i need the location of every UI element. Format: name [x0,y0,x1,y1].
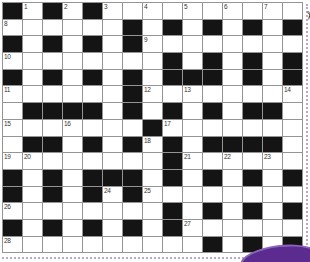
cell-r6-c8[interactable]: 12 [143,86,162,102]
block-r12-c1 [3,187,22,203]
block-r9-c3 [43,137,62,153]
scissors-icon: ✂ [303,11,310,20]
block-r11-c5 [83,170,102,186]
cell-r11-c10[interactable] [183,170,202,186]
cell-r8-c1[interactable]: 15 [3,120,22,136]
cell-r12-c15[interactable] [283,187,302,203]
cell-r10-c3[interactable] [43,153,62,169]
cell-r3-c4[interactable] [63,36,82,52]
cell-r6-c6[interactable] [103,86,122,102]
cell-r11-c14[interactable] [263,170,282,186]
cell-r2-c2[interactable] [23,20,42,36]
block-r9-c2 [23,137,42,153]
cell-r2-c3[interactable] [43,20,62,36]
cell-r15-c1[interactable]: 28 [3,237,22,253]
cell-r13-c12[interactable] [223,203,242,219]
cell-r3-c13[interactable] [243,36,262,52]
cell-r6-c12[interactable] [223,86,242,102]
cell-r6-c5[interactable] [83,86,102,102]
block-r2-c7 [123,20,142,36]
clue-number-22: 22 [224,153,231,160]
block-r2-c11 [203,20,222,36]
cell-r12-c10[interactable] [183,187,202,203]
cell-r8-c14[interactable] [263,120,282,136]
cell-r3-c10[interactable] [183,36,202,52]
cell-r6-c10[interactable]: 13 [183,86,202,102]
block-r4-c13 [243,53,262,69]
cell-r1-c4[interactable]: 2 [63,3,82,19]
block-r5-c3 [43,70,62,86]
cell-r1-c9[interactable] [163,3,182,19]
cell-r4-c8[interactable] [143,53,162,69]
cell-r10-c6[interactable] [103,153,122,169]
clue-number-16: 16 [64,120,71,127]
cell-r10-c7[interactable] [123,153,142,169]
cell-r4-c4[interactable] [63,53,82,69]
cell-r14-c2[interactable] [23,220,42,236]
block-r4-c15 [283,53,302,69]
cell-r13-c14[interactable] [263,203,282,219]
cell-r14-c11[interactable] [203,220,222,236]
cell-r4-c10[interactable] [183,53,202,69]
clue-number-11: 11 [4,86,10,93]
cell-r14-c10[interactable]: 27 [183,220,202,236]
cell-r11-c2[interactable] [23,170,42,186]
cell-r10-c2[interactable]: 20 [23,153,42,169]
block-r5-c9 [163,70,182,86]
cell-r6-c14[interactable] [263,86,282,102]
cell-r13-c3[interactable] [43,203,62,219]
block-r7-c13 [243,103,262,119]
block-r12-c3 [43,187,62,203]
block-r5-c13 [243,70,262,86]
block-r1-c5 [83,3,102,19]
cell-r1-c13[interactable] [243,3,262,19]
cell-r12-c8[interactable]: 25 [143,187,162,203]
cell-r4-c3[interactable] [43,53,62,69]
cell-r14-c4[interactable] [63,220,82,236]
block-r2-c9 [163,20,182,36]
crossword-grid: 1234567891011121314151617181920212223242… [2,2,303,253]
cell-r15-c3[interactable] [43,237,62,253]
cell-r12-c4[interactable] [63,187,82,203]
cell-r4-c1[interactable]: 10 [3,53,22,69]
block-r14-c3 [43,220,62,236]
cell-r15-c8[interactable] [143,237,162,253]
cell-r9-c8[interactable]: 18 [143,137,162,153]
cell-r9-c6[interactable] [103,137,122,153]
cell-r10-c10[interactable]: 21 [183,153,202,169]
block-r9-c7 [123,137,142,153]
block-r12-c5 [83,187,102,203]
cell-r14-c12[interactable] [223,220,242,236]
clue-number-17: 17 [164,120,171,127]
block-r5-c15 [283,70,302,86]
cell-r14-c15[interactable] [283,220,302,236]
cell-r8-c11[interactable] [203,120,222,136]
cell-r5-c2[interactable] [23,70,42,86]
block-r7-c4 [63,103,82,119]
block-r5-c7 [123,70,142,86]
cell-r14-c8[interactable] [143,220,162,236]
clue-number-25: 25 [144,187,151,194]
cell-r15-c2[interactable] [23,237,42,253]
cell-r14-c14[interactable] [263,220,282,236]
block-r12-c7 [123,187,142,203]
cell-r1-c12[interactable]: 6 [223,3,242,19]
block-r11-c7 [123,170,142,186]
cell-r15-c6[interactable] [103,237,122,253]
block-r13-c11 [203,203,222,219]
cell-r1-c10[interactable]: 5 [183,3,202,19]
clue-number-28: 28 [4,237,11,244]
block-r11-c1 [3,170,22,186]
cell-r1-c14[interactable]: 7 [263,3,282,19]
clue-number-9: 9 [144,36,147,43]
block-r9-c11 [203,137,222,153]
cell-r8-c9[interactable]: 17 [163,120,182,136]
cell-r6-c3[interactable] [43,86,62,102]
cell-r15-c9[interactable] [163,237,182,253]
cell-r6-c9[interactable] [163,86,182,102]
cell-r3-c6[interactable] [103,36,122,52]
block-r9-c14 [263,137,282,153]
cell-r13-c4[interactable] [63,203,82,219]
block-r4-c9 [163,53,182,69]
block-r11-c11 [203,170,222,186]
clue-number-13: 13 [184,86,191,93]
cell-r14-c6[interactable] [103,220,122,236]
clue-number-4: 4 [144,3,147,10]
block-r7-c11 [203,103,222,119]
clue-number-23: 23 [264,153,271,160]
cell-r13-c7[interactable] [123,203,142,219]
cell-r10-c5[interactable] [83,153,102,169]
cell-r4-c12[interactable] [223,53,242,69]
clue-number-21: 21 [184,153,191,160]
cell-r4-c14[interactable] [263,53,282,69]
clue-number-24: 24 [104,187,111,194]
block-r9-c12 [223,137,242,153]
cell-r14-c13[interactable] [243,220,262,236]
block-r7-c5 [83,103,102,119]
cell-r9-c10[interactable] [183,137,202,153]
cell-r3-c14[interactable] [263,36,282,52]
cell-r10-c1[interactable]: 19 [3,153,22,169]
cell-r10-c15[interactable] [283,153,302,169]
clue-number-19: 19 [4,153,11,160]
cell-r2-c1[interactable]: 8 [3,20,22,36]
clue-number-14: 14 [284,86,291,93]
cell-r7-c10[interactable] [183,103,202,119]
vertical-dotted-cutline [306,4,308,256]
block-r6-c7 [123,86,142,102]
cell-r10-c13[interactable] [243,153,262,169]
cell-r5-c14[interactable] [263,70,282,86]
cell-r10-c14[interactable]: 23 [263,153,282,169]
cell-r8-c10[interactable] [183,120,202,136]
cell-r2-c6[interactable] [103,20,122,36]
cell-r12-c11[interactable] [203,187,222,203]
cell-r8-c7[interactable] [123,120,142,136]
clue-number-6: 6 [224,3,227,10]
cell-r15-c12[interactable] [223,237,242,253]
block-r13-c9 [163,203,182,219]
clue-number-3: 3 [104,3,107,10]
cell-r15-c10[interactable] [183,237,202,253]
cell-r13-c10[interactable] [183,203,202,219]
block-r3-c7 [123,36,142,52]
block-r11-c9 [163,170,182,186]
cell-r2-c4[interactable] [63,20,82,36]
cell-r11-c4[interactable] [63,170,82,186]
cell-r5-c4[interactable] [63,70,82,86]
cell-r8-c2[interactable] [23,120,42,136]
block-r14-c7 [123,220,142,236]
cell-r15-c4[interactable] [63,237,82,253]
block-r2-c15 [283,20,302,36]
cell-r2-c8[interactable] [143,20,162,36]
block-r8-c8 [143,120,162,136]
cell-r3-c15[interactable] [283,36,302,52]
clue-number-7: 7 [264,3,267,10]
block-r7-c9 [163,103,182,119]
crossword-page: 1234567891011121314151617181920212223242… [0,0,310,262]
cell-r7-c1[interactable] [3,103,22,119]
block-r5-c11 [203,70,222,86]
clue-number-5: 5 [184,3,187,10]
cell-r7-c6[interactable] [103,103,122,119]
cell-r7-c15[interactable] [283,103,302,119]
clue-number-10: 10 [4,53,11,60]
cell-r13-c6[interactable] [103,203,122,219]
cell-r10-c4[interactable] [63,153,82,169]
block-r14-c5 [83,220,102,236]
cell-r5-c6[interactable] [103,70,122,86]
cell-r8-c3[interactable] [43,120,62,136]
cell-r2-c5[interactable] [83,20,102,36]
cell-r6-c1[interactable]: 11 [3,86,22,102]
cell-r4-c7[interactable] [123,53,142,69]
cell-r11-c12[interactable] [223,170,242,186]
cell-r2-c12[interactable] [223,20,242,36]
block-r9-c13 [243,137,262,153]
cell-r13-c1[interactable]: 26 [3,203,22,219]
cell-r12-c12[interactable] [223,187,242,203]
cell-r12-c9[interactable] [163,187,182,203]
cell-r6-c4[interactable] [63,86,82,102]
block-r4-c11 [203,53,222,69]
cell-r10-c12[interactable]: 22 [223,153,242,169]
cell-r2-c14[interactable] [263,20,282,36]
cell-r8-c5[interactable] [83,120,102,136]
clue-number-27: 27 [184,220,191,227]
cell-r8-c6[interactable] [103,120,122,136]
block-r7-c14 [263,103,282,119]
cell-r7-c12[interactable] [223,103,242,119]
cell-r12-c14[interactable] [263,187,282,203]
clue-number-12: 12 [144,86,151,93]
clue-number-8: 8 [4,20,7,27]
cell-r13-c5[interactable] [83,203,102,219]
block-r2-c13 [243,20,262,36]
block-r13-c15 [283,203,302,219]
cell-r13-c8[interactable] [143,203,162,219]
block-r3-c5 [83,36,102,52]
block-r7-c2 [23,103,42,119]
block-r7-c7 [123,103,142,119]
cell-r6-c15[interactable]: 14 [283,86,302,102]
block-r3-c3 [43,36,62,52]
cell-r1-c6[interactable]: 3 [103,3,122,19]
cell-r12-c6[interactable]: 24 [103,187,122,203]
clue-number-20: 20 [24,153,31,160]
cell-r15-c7[interactable] [123,237,142,253]
block-r5-c10 [183,70,202,86]
clue-number-26: 26 [4,203,11,210]
cell-r12-c2[interactable] [23,187,42,203]
block-r13-c13 [243,203,262,219]
block-r11-c13 [243,170,262,186]
cell-r9-c1[interactable] [3,137,22,153]
cell-r6-c13[interactable] [243,86,262,102]
cell-r6-c2[interactable] [23,86,42,102]
cell-r1-c11[interactable] [203,3,222,19]
cell-r1-c15[interactable] [283,3,302,19]
block-r9-c5 [83,137,102,153]
block-r11-c6 [103,170,122,186]
cell-r3-c11[interactable] [203,36,222,52]
block-r11-c15 [283,170,302,186]
cell-r7-c8[interactable] [143,103,162,119]
cell-r8-c15[interactable] [283,120,302,136]
cell-r8-c12[interactable] [223,120,242,136]
block-r3-c1 [3,36,22,52]
cell-r2-c10[interactable] [183,20,202,36]
clue-number-15: 15 [4,120,11,127]
clue-number-1: 1 [24,3,27,10]
block-r1-c1 [3,3,22,19]
cell-r5-c8[interactable] [143,70,162,86]
block-r11-c3 [43,170,62,186]
cell-r15-c5[interactable] [83,237,102,253]
cell-r3-c2[interactable] [23,36,42,52]
cell-r9-c15[interactable] [283,137,302,153]
block-r10-c9 [163,153,182,169]
cell-r4-c2[interactable] [23,53,42,69]
block-r7-c3 [43,103,62,119]
cell-r8-c13[interactable] [243,120,262,136]
cell-r4-c6[interactable] [103,53,122,69]
block-r5-c1 [3,70,22,86]
cell-r3-c12[interactable] [223,36,242,52]
cell-r8-c4[interactable]: 16 [63,120,82,136]
cell-r5-c12[interactable] [223,70,242,86]
block-r1-c3 [43,3,62,19]
cell-r1-c2[interactable]: 1 [23,3,42,19]
cell-r9-c4[interactable] [63,137,82,153]
cell-r3-c8[interactable]: 9 [143,36,162,52]
block-r9-c9 [163,137,182,153]
cell-r3-c9[interactable] [163,36,182,52]
cell-r6-c11[interactable] [203,86,222,102]
block-r14-c9 [163,220,182,236]
cell-r10-c8[interactable] [143,153,162,169]
cell-r1-c7[interactable] [123,3,142,19]
block-r5-c5 [83,70,102,86]
cell-r12-c13[interactable] [243,187,262,203]
clue-number-18: 18 [144,137,151,144]
cell-r13-c2[interactable] [23,203,42,219]
cell-r4-c5[interactable] [83,53,102,69]
block-r15-c11 [203,237,222,253]
cell-r11-c8[interactable] [143,170,162,186]
cell-r1-c8[interactable]: 4 [143,3,162,19]
clue-number-2: 2 [64,3,67,10]
block-r14-c1 [3,220,22,236]
cell-r10-c11[interactable] [203,153,222,169]
